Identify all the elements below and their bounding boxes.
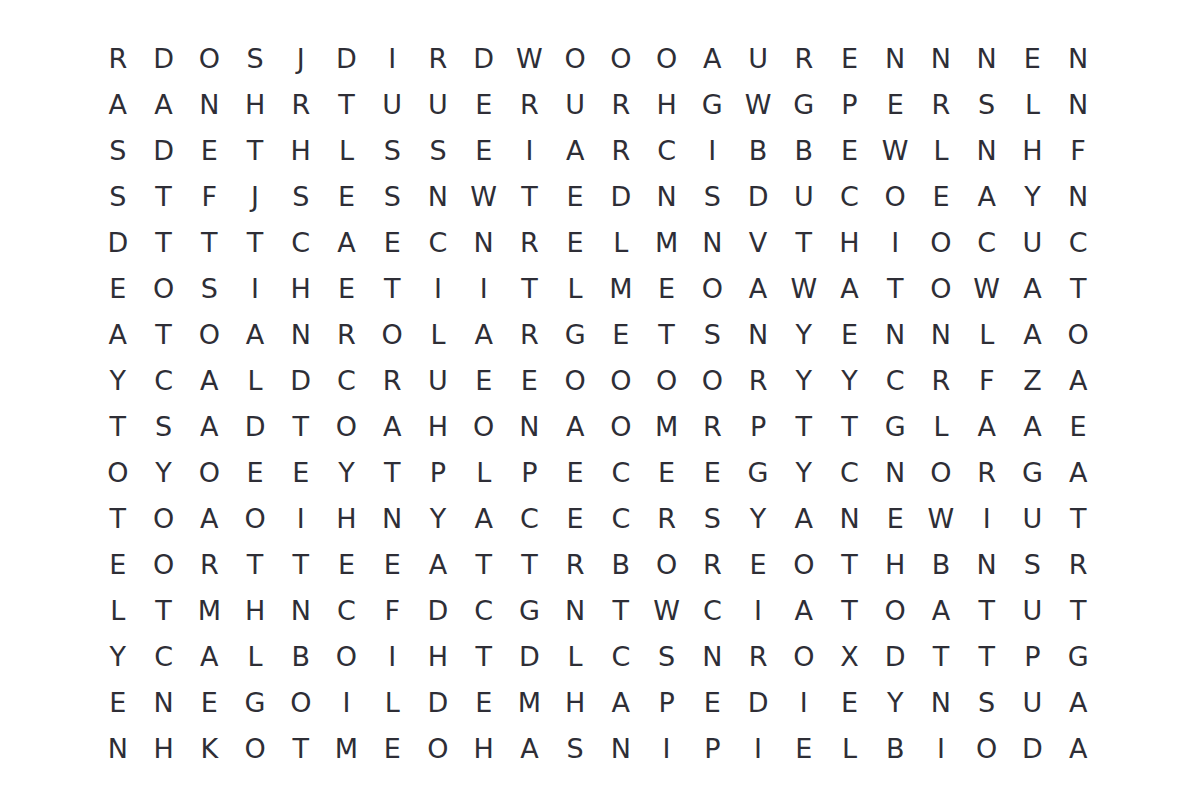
- grid-cell[interactable]: B: [872, 725, 918, 771]
- grid-cell[interactable]: Y: [735, 495, 781, 541]
- grid-cell[interactable]: S: [95, 127, 141, 173]
- grid-cell[interactable]: O: [278, 679, 324, 725]
- grid-cell[interactable]: A: [324, 219, 370, 265]
- grid-cell[interactable]: S: [964, 679, 1010, 725]
- grid-cell[interactable]: R: [507, 311, 553, 357]
- grid-cell[interactable]: D: [735, 173, 781, 219]
- grid-cell[interactable]: A: [1010, 265, 1056, 311]
- grid-cell[interactable]: O: [461, 403, 507, 449]
- grid-cell[interactable]: H: [232, 81, 278, 127]
- grid-cell[interactable]: R: [918, 357, 964, 403]
- grid-cell[interactable]: O: [872, 587, 918, 633]
- grid-cell[interactable]: W: [964, 265, 1010, 311]
- grid-cell[interactable]: T: [872, 265, 918, 311]
- grid-cell[interactable]: N: [689, 219, 735, 265]
- grid-cell[interactable]: L: [552, 265, 598, 311]
- grid-cell[interactable]: U: [781, 173, 827, 219]
- grid-cell[interactable]: C: [507, 495, 553, 541]
- grid-cell[interactable]: E: [872, 495, 918, 541]
- grid-cell[interactable]: S: [278, 173, 324, 219]
- grid-cell[interactable]: C: [872, 357, 918, 403]
- grid-cell[interactable]: P: [644, 679, 690, 725]
- grid-cell[interactable]: A: [1055, 357, 1101, 403]
- grid-cell[interactable]: N: [964, 127, 1010, 173]
- grid-cell[interactable]: I: [735, 725, 781, 771]
- grid-cell[interactable]: P: [827, 81, 873, 127]
- grid-cell[interactable]: D: [95, 219, 141, 265]
- grid-cell[interactable]: A: [781, 495, 827, 541]
- grid-cell[interactable]: W: [461, 173, 507, 219]
- grid-cell[interactable]: A: [415, 541, 461, 587]
- grid-cell[interactable]: F: [1055, 127, 1101, 173]
- grid-cell[interactable]: M: [644, 219, 690, 265]
- grid-cell[interactable]: E: [507, 357, 553, 403]
- grid-cell[interactable]: T: [507, 265, 553, 311]
- grid-cell[interactable]: G: [232, 679, 278, 725]
- grid-cell[interactable]: N: [735, 311, 781, 357]
- grid-cell[interactable]: A: [918, 587, 964, 633]
- grid-cell[interactable]: A: [186, 403, 232, 449]
- grid-cell[interactable]: U: [1010, 679, 1056, 725]
- grid-cell[interactable]: T: [461, 541, 507, 587]
- grid-cell[interactable]: D: [141, 35, 187, 81]
- grid-cell[interactable]: T: [141, 173, 187, 219]
- grid-cell[interactable]: D: [232, 403, 278, 449]
- grid-cell[interactable]: U: [735, 35, 781, 81]
- grid-cell[interactable]: E: [369, 219, 415, 265]
- grid-cell[interactable]: B: [735, 127, 781, 173]
- grid-cell[interactable]: R: [964, 449, 1010, 495]
- grid-cell[interactable]: U: [1010, 495, 1056, 541]
- grid-cell[interactable]: O: [689, 357, 735, 403]
- grid-cell[interactable]: S: [232, 35, 278, 81]
- grid-cell[interactable]: S: [186, 265, 232, 311]
- grid-cell[interactable]: N: [507, 403, 553, 449]
- grid-cell[interactable]: N: [872, 35, 918, 81]
- grid-cell[interactable]: T: [369, 265, 415, 311]
- grid-cell[interactable]: Z: [1010, 357, 1056, 403]
- grid-cell[interactable]: O: [872, 173, 918, 219]
- grid-cell[interactable]: N: [186, 81, 232, 127]
- grid-cell[interactable]: T: [232, 127, 278, 173]
- grid-cell[interactable]: R: [186, 541, 232, 587]
- grid-cell[interactable]: I: [735, 587, 781, 633]
- grid-cell[interactable]: I: [918, 725, 964, 771]
- grid-cell[interactable]: A: [141, 81, 187, 127]
- grid-cell[interactable]: E: [1055, 403, 1101, 449]
- grid-cell[interactable]: I: [781, 679, 827, 725]
- grid-cell[interactable]: O: [598, 35, 644, 81]
- grid-cell[interactable]: W: [644, 587, 690, 633]
- grid-cell[interactable]: Y: [1010, 173, 1056, 219]
- grid-cell[interactable]: E: [324, 541, 370, 587]
- grid-cell[interactable]: R: [644, 495, 690, 541]
- grid-cell[interactable]: O: [186, 311, 232, 357]
- grid-cell[interactable]: P: [689, 725, 735, 771]
- grid-cell[interactable]: A: [552, 127, 598, 173]
- grid-cell[interactable]: C: [324, 357, 370, 403]
- grid-cell[interactable]: T: [827, 587, 873, 633]
- grid-cell[interactable]: W: [781, 265, 827, 311]
- grid-cell[interactable]: L: [918, 127, 964, 173]
- grid-cell[interactable]: Y: [324, 449, 370, 495]
- grid-cell[interactable]: T: [186, 219, 232, 265]
- grid-cell[interactable]: D: [141, 127, 187, 173]
- grid-cell[interactable]: C: [598, 495, 644, 541]
- grid-cell[interactable]: O: [232, 725, 278, 771]
- grid-cell[interactable]: O: [186, 449, 232, 495]
- grid-cell[interactable]: E: [186, 679, 232, 725]
- grid-cell[interactable]: B: [781, 127, 827, 173]
- grid-cell[interactable]: T: [644, 311, 690, 357]
- grid-cell[interactable]: J: [278, 35, 324, 81]
- grid-cell[interactable]: T: [918, 633, 964, 679]
- grid-cell[interactable]: M: [644, 403, 690, 449]
- grid-cell[interactable]: N: [1055, 81, 1101, 127]
- grid-cell[interactable]: R: [781, 35, 827, 81]
- grid-cell[interactable]: C: [964, 219, 1010, 265]
- grid-cell[interactable]: L: [232, 633, 278, 679]
- grid-cell[interactable]: T: [141, 311, 187, 357]
- grid-cell[interactable]: S: [689, 173, 735, 219]
- grid-cell[interactable]: N: [461, 219, 507, 265]
- grid-cell[interactable]: A: [1055, 449, 1101, 495]
- grid-cell[interactable]: E: [552, 449, 598, 495]
- grid-cell[interactable]: L: [95, 587, 141, 633]
- grid-cell[interactable]: E: [369, 541, 415, 587]
- grid-cell[interactable]: D: [461, 35, 507, 81]
- grid-cell[interactable]: E: [461, 357, 507, 403]
- grid-cell[interactable]: R: [95, 35, 141, 81]
- grid-cell[interactable]: P: [735, 403, 781, 449]
- grid-cell[interactable]: B: [278, 633, 324, 679]
- grid-cell[interactable]: E: [918, 173, 964, 219]
- grid-cell[interactable]: A: [598, 679, 644, 725]
- grid-cell[interactable]: H: [552, 679, 598, 725]
- grid-cell[interactable]: E: [369, 725, 415, 771]
- grid-cell[interactable]: S: [644, 633, 690, 679]
- grid-cell[interactable]: Y: [827, 357, 873, 403]
- grid-cell[interactable]: I: [415, 265, 461, 311]
- grid-cell[interactable]: N: [415, 173, 461, 219]
- grid-cell[interactable]: C: [1055, 219, 1101, 265]
- grid-cell[interactable]: E: [552, 495, 598, 541]
- grid-cell[interactable]: T: [827, 541, 873, 587]
- grid-cell[interactable]: R: [552, 541, 598, 587]
- grid-cell[interactable]: S: [964, 81, 1010, 127]
- grid-cell[interactable]: E: [95, 679, 141, 725]
- grid-cell[interactable]: A: [461, 311, 507, 357]
- grid-cell[interactable]: G: [1055, 633, 1101, 679]
- grid-cell[interactable]: H: [278, 127, 324, 173]
- grid-cell[interactable]: D: [872, 633, 918, 679]
- grid-cell[interactable]: L: [1010, 81, 1056, 127]
- grid-cell[interactable]: E: [644, 265, 690, 311]
- grid-cell[interactable]: T: [232, 219, 278, 265]
- grid-cell[interactable]: A: [781, 587, 827, 633]
- grid-cell[interactable]: T: [1055, 495, 1101, 541]
- grid-cell[interactable]: L: [598, 219, 644, 265]
- grid-cell[interactable]: O: [552, 357, 598, 403]
- grid-cell[interactable]: E: [95, 541, 141, 587]
- grid-cell[interactable]: S: [415, 127, 461, 173]
- grid-cell[interactable]: R: [415, 35, 461, 81]
- grid-cell[interactable]: C: [598, 449, 644, 495]
- grid-cell[interactable]: A: [232, 311, 278, 357]
- grid-cell[interactable]: L: [964, 311, 1010, 357]
- grid-cell[interactable]: G: [735, 449, 781, 495]
- grid-cell[interactable]: T: [141, 587, 187, 633]
- grid-cell[interactable]: O: [781, 633, 827, 679]
- grid-cell[interactable]: I: [507, 127, 553, 173]
- grid-cell[interactable]: R: [735, 357, 781, 403]
- grid-cell[interactable]: C: [827, 173, 873, 219]
- grid-cell[interactable]: L: [461, 449, 507, 495]
- grid-cell[interactable]: N: [552, 587, 598, 633]
- grid-cell[interactable]: D: [598, 173, 644, 219]
- grid-cell[interactable]: I: [369, 35, 415, 81]
- grid-cell[interactable]: U: [415, 81, 461, 127]
- grid-cell[interactable]: I: [872, 219, 918, 265]
- grid-cell[interactable]: P: [507, 449, 553, 495]
- grid-cell[interactable]: A: [95, 311, 141, 357]
- grid-cell[interactable]: E: [278, 449, 324, 495]
- grid-cell[interactable]: S: [689, 311, 735, 357]
- grid-cell[interactable]: R: [598, 127, 644, 173]
- grid-cell[interactable]: E: [598, 311, 644, 357]
- grid-cell[interactable]: C: [415, 219, 461, 265]
- grid-cell[interactable]: H: [415, 633, 461, 679]
- grid-cell[interactable]: L: [324, 127, 370, 173]
- grid-cell[interactable]: A: [964, 403, 1010, 449]
- grid-cell[interactable]: N: [872, 311, 918, 357]
- grid-cell[interactable]: H: [644, 81, 690, 127]
- grid-cell[interactable]: A: [827, 265, 873, 311]
- grid-cell[interactable]: U: [552, 81, 598, 127]
- grid-cell[interactable]: E: [232, 449, 278, 495]
- grid-cell[interactable]: Y: [781, 311, 827, 357]
- grid-cell[interactable]: C: [141, 357, 187, 403]
- grid-cell[interactable]: S: [369, 173, 415, 219]
- grid-cell[interactable]: A: [1010, 311, 1056, 357]
- grid-cell[interactable]: M: [507, 679, 553, 725]
- grid-cell[interactable]: L: [918, 403, 964, 449]
- grid-cell[interactable]: H: [232, 587, 278, 633]
- grid-cell[interactable]: T: [461, 633, 507, 679]
- grid-cell[interactable]: I: [278, 495, 324, 541]
- grid-cell[interactable]: E: [1010, 35, 1056, 81]
- grid-cell[interactable]: L: [232, 357, 278, 403]
- grid-cell[interactable]: T: [1055, 587, 1101, 633]
- grid-cell[interactable]: T: [278, 403, 324, 449]
- grid-cell[interactable]: N: [644, 173, 690, 219]
- grid-cell[interactable]: R: [1055, 541, 1101, 587]
- grid-cell[interactable]: D: [278, 357, 324, 403]
- grid-cell[interactable]: H: [461, 725, 507, 771]
- grid-cell[interactable]: T: [507, 541, 553, 587]
- grid-cell[interactable]: T: [964, 587, 1010, 633]
- grid-cell[interactable]: R: [689, 541, 735, 587]
- grid-cell[interactable]: T: [781, 219, 827, 265]
- grid-cell[interactable]: G: [781, 81, 827, 127]
- grid-cell[interactable]: J: [232, 173, 278, 219]
- grid-cell[interactable]: O: [644, 541, 690, 587]
- grid-cell[interactable]: H: [324, 495, 370, 541]
- grid-cell[interactable]: A: [735, 265, 781, 311]
- grid-cell[interactable]: R: [918, 81, 964, 127]
- grid-cell[interactable]: A: [507, 725, 553, 771]
- grid-cell[interactable]: K: [186, 725, 232, 771]
- grid-cell[interactable]: U: [369, 81, 415, 127]
- grid-cell[interactable]: O: [598, 403, 644, 449]
- grid-cell[interactable]: O: [644, 357, 690, 403]
- grid-cell[interactable]: C: [598, 633, 644, 679]
- grid-cell[interactable]: W: [918, 495, 964, 541]
- grid-cell[interactable]: V: [735, 219, 781, 265]
- grid-cell[interactable]: E: [644, 449, 690, 495]
- grid-cell[interactable]: O: [95, 449, 141, 495]
- grid-cell[interactable]: N: [872, 449, 918, 495]
- grid-cell[interactable]: R: [278, 81, 324, 127]
- grid-cell[interactable]: L: [415, 311, 461, 357]
- grid-cell[interactable]: A: [186, 633, 232, 679]
- grid-cell[interactable]: O: [186, 35, 232, 81]
- grid-cell[interactable]: R: [369, 357, 415, 403]
- grid-cell[interactable]: W: [872, 127, 918, 173]
- grid-cell[interactable]: T: [598, 587, 644, 633]
- grid-cell[interactable]: E: [461, 127, 507, 173]
- grid-cell[interactable]: D: [507, 633, 553, 679]
- grid-cell[interactable]: R: [598, 81, 644, 127]
- grid-cell[interactable]: Y: [781, 357, 827, 403]
- grid-cell[interactable]: T: [827, 403, 873, 449]
- grid-cell[interactable]: A: [1055, 725, 1101, 771]
- grid-cell[interactable]: D: [415, 679, 461, 725]
- grid-cell[interactable]: C: [644, 127, 690, 173]
- grid-cell[interactable]: N: [141, 679, 187, 725]
- grid-cell[interactable]: Y: [95, 633, 141, 679]
- grid-cell[interactable]: E: [827, 127, 873, 173]
- grid-cell[interactable]: A: [461, 495, 507, 541]
- grid-cell[interactable]: N: [278, 311, 324, 357]
- grid-cell[interactable]: Y: [141, 449, 187, 495]
- grid-cell[interactable]: E: [689, 449, 735, 495]
- grid-cell[interactable]: L: [827, 725, 873, 771]
- grid-cell[interactable]: O: [964, 725, 1010, 771]
- grid-cell[interactable]: O: [415, 725, 461, 771]
- grid-cell[interactable]: U: [1010, 219, 1056, 265]
- grid-cell[interactable]: T: [507, 173, 553, 219]
- grid-cell[interactable]: D: [324, 35, 370, 81]
- grid-cell[interactable]: Y: [415, 495, 461, 541]
- grid-cell[interactable]: T: [781, 403, 827, 449]
- grid-cell[interactable]: E: [827, 311, 873, 357]
- grid-cell[interactable]: T: [964, 633, 1010, 679]
- grid-cell[interactable]: U: [1010, 587, 1056, 633]
- grid-cell[interactable]: I: [232, 265, 278, 311]
- grid-cell[interactable]: P: [1010, 633, 1056, 679]
- grid-cell[interactable]: O: [232, 495, 278, 541]
- grid-cell[interactable]: A: [186, 495, 232, 541]
- grid-cell[interactable]: H: [827, 219, 873, 265]
- grid-cell[interactable]: I: [461, 265, 507, 311]
- grid-cell[interactable]: H: [141, 725, 187, 771]
- grid-cell[interactable]: E: [827, 679, 873, 725]
- grid-cell[interactable]: I: [964, 495, 1010, 541]
- grid-cell[interactable]: I: [644, 725, 690, 771]
- grid-cell[interactable]: O: [918, 449, 964, 495]
- grid-cell[interactable]: T: [278, 725, 324, 771]
- grid-cell[interactable]: L: [552, 633, 598, 679]
- grid-cell[interactable]: N: [918, 679, 964, 725]
- grid-cell[interactable]: T: [369, 449, 415, 495]
- grid-cell[interactable]: F: [964, 357, 1010, 403]
- grid-cell[interactable]: E: [95, 265, 141, 311]
- grid-cell[interactable]: G: [872, 403, 918, 449]
- grid-cell[interactable]: N: [1055, 35, 1101, 81]
- grid-cell[interactable]: N: [964, 541, 1010, 587]
- grid-cell[interactable]: S: [689, 495, 735, 541]
- grid-cell[interactable]: C: [461, 587, 507, 633]
- grid-cell[interactable]: F: [186, 173, 232, 219]
- grid-cell[interactable]: A: [95, 81, 141, 127]
- grid-cell[interactable]: O: [689, 265, 735, 311]
- grid-cell[interactable]: O: [369, 311, 415, 357]
- grid-cell[interactable]: Y: [872, 679, 918, 725]
- grid-cell[interactable]: E: [552, 173, 598, 219]
- grid-cell[interactable]: L: [369, 679, 415, 725]
- grid-cell[interactable]: Y: [781, 449, 827, 495]
- grid-cell[interactable]: T: [141, 219, 187, 265]
- grid-cell[interactable]: G: [507, 587, 553, 633]
- grid-cell[interactable]: N: [918, 35, 964, 81]
- grid-cell[interactable]: F: [369, 587, 415, 633]
- grid-cell[interactable]: B: [598, 541, 644, 587]
- grid-cell[interactable]: O: [1055, 311, 1101, 357]
- grid-cell[interactable]: C: [141, 633, 187, 679]
- grid-cell[interactable]: A: [689, 35, 735, 81]
- grid-cell[interactable]: N: [1055, 173, 1101, 219]
- grid-cell[interactable]: I: [689, 127, 735, 173]
- grid-cell[interactable]: R: [324, 311, 370, 357]
- grid-cell[interactable]: H: [278, 265, 324, 311]
- grid-cell[interactable]: N: [369, 495, 415, 541]
- grid-cell[interactable]: C: [278, 219, 324, 265]
- grid-cell[interactable]: M: [324, 725, 370, 771]
- grid-cell[interactable]: T: [278, 541, 324, 587]
- grid-cell[interactable]: A: [1010, 403, 1056, 449]
- grid-cell[interactable]: T: [324, 81, 370, 127]
- grid-cell[interactable]: E: [461, 81, 507, 127]
- grid-cell[interactable]: D: [415, 587, 461, 633]
- grid-cell[interactable]: E: [324, 173, 370, 219]
- grid-cell[interactable]: T: [95, 495, 141, 541]
- grid-cell[interactable]: M: [186, 587, 232, 633]
- grid-cell[interactable]: H: [415, 403, 461, 449]
- grid-cell[interactable]: T: [1055, 265, 1101, 311]
- grid-cell[interactable]: I: [324, 679, 370, 725]
- grid-cell[interactable]: H: [1010, 127, 1056, 173]
- grid-cell[interactable]: O: [141, 541, 187, 587]
- grid-cell[interactable]: O: [141, 265, 187, 311]
- grid-cell[interactable]: S: [1010, 541, 1056, 587]
- grid-cell[interactable]: R: [689, 403, 735, 449]
- grid-cell[interactable]: N: [598, 725, 644, 771]
- grid-cell[interactable]: I: [369, 633, 415, 679]
- grid-cell[interactable]: W: [735, 81, 781, 127]
- grid-cell[interactable]: O: [598, 357, 644, 403]
- grid-cell[interactable]: E: [324, 265, 370, 311]
